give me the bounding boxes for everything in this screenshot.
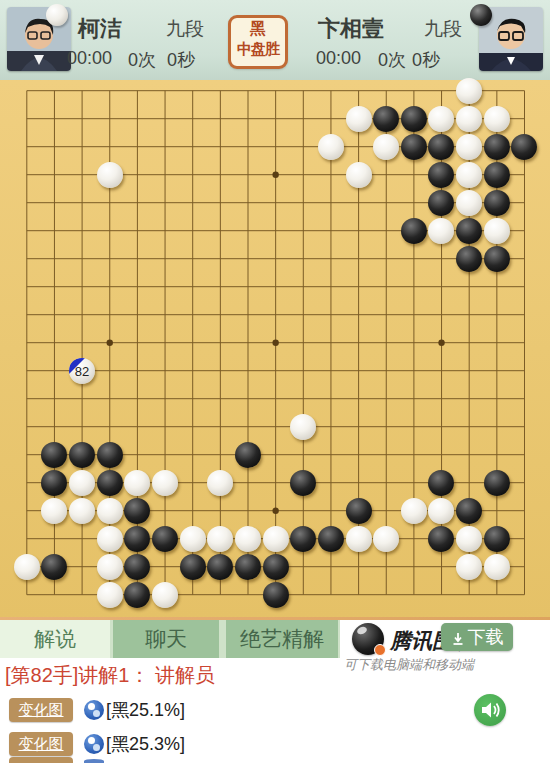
download-label: 下载 bbox=[468, 627, 504, 647]
stone-black bbox=[152, 526, 178, 552]
variation-row-2: 变化图 [黑25.3%] bbox=[0, 732, 550, 758]
stone-white bbox=[401, 498, 427, 524]
black-stone-badge bbox=[470, 4, 492, 26]
variation-button-1[interactable]: 变化图 bbox=[9, 698, 73, 722]
stone-white bbox=[97, 554, 123, 580]
download-button[interactable]: 下载 bbox=[441, 623, 513, 651]
stone-white bbox=[97, 526, 123, 552]
jueyi-ai-icon-clipped bbox=[84, 759, 104, 763]
stone-white bbox=[69, 498, 95, 524]
white-player-rank: 九段 bbox=[166, 16, 204, 42]
stone-black bbox=[41, 442, 67, 468]
stone-white bbox=[97, 162, 123, 188]
variation-button-3-clipped[interactable] bbox=[9, 757, 73, 763]
move-number-label: 82 bbox=[69, 358, 95, 384]
stone-white bbox=[456, 106, 482, 132]
black-player-time: 00:00 bbox=[316, 48, 361, 69]
white-player-byoyomi-count: 0次 bbox=[128, 48, 156, 72]
tab-commentary[interactable]: 解说 bbox=[0, 620, 110, 658]
stone-black bbox=[41, 470, 67, 496]
stone-black bbox=[235, 554, 261, 580]
white-player-byoyomi-seconds: 0秒 bbox=[167, 48, 195, 72]
stone-black bbox=[484, 470, 510, 496]
speaker-button[interactable] bbox=[474, 694, 506, 726]
result-stamp: 黑 中盘胜 bbox=[228, 15, 288, 69]
stone-white bbox=[152, 582, 178, 608]
speaker-icon bbox=[474, 694, 506, 726]
stone-black bbox=[401, 106, 427, 132]
go-board[interactable]: 82 bbox=[0, 80, 550, 619]
stone-black bbox=[456, 218, 482, 244]
black-player-byoyomi-count: 0次 bbox=[378, 48, 406, 72]
stone-black bbox=[124, 582, 150, 608]
stone-black bbox=[346, 498, 372, 524]
match-header: 柯洁 九段 00:00 0次 0秒 黑 中盘胜 卞相壹 九段 00:00 0次 … bbox=[0, 0, 550, 81]
black-player-byoyomi-seconds: 0秒 bbox=[412, 48, 440, 72]
stone-white bbox=[456, 162, 482, 188]
stone-white bbox=[456, 554, 482, 580]
stone-white bbox=[41, 498, 67, 524]
tencent-go-app-icon bbox=[352, 623, 384, 655]
stone-black bbox=[428, 134, 454, 160]
stone-white bbox=[14, 554, 40, 580]
stone-black bbox=[41, 554, 67, 580]
winrate-text-1: [黑25.1%] bbox=[106, 698, 185, 722]
stone-layer: 82 bbox=[13, 77, 538, 609]
stone-black bbox=[428, 526, 454, 552]
stone-black bbox=[235, 442, 261, 468]
stone-white bbox=[484, 554, 510, 580]
variation-row-1: 变化图 [黑25.1%] bbox=[0, 698, 550, 724]
stone-white bbox=[373, 526, 399, 552]
stone-white bbox=[235, 526, 261, 552]
stone-white bbox=[373, 134, 399, 160]
tab-chat[interactable]: 聊天 bbox=[113, 620, 219, 658]
result-stamp-line2: 中盘胜 bbox=[231, 39, 285, 59]
winrate-text-2: [黑25.3%] bbox=[106, 732, 185, 756]
black-player-rank: 九段 bbox=[424, 16, 462, 42]
stone-last-move: 82 bbox=[69, 358, 95, 384]
stone-white bbox=[207, 526, 233, 552]
white-stone-badge bbox=[46, 4, 68, 26]
stone-black bbox=[263, 554, 289, 580]
stone-black bbox=[124, 526, 150, 552]
tab-jueyi-analysis[interactable]: 绝艺精解 bbox=[226, 620, 338, 658]
stone-black bbox=[428, 162, 454, 188]
stone-white bbox=[346, 106, 372, 132]
stone-white bbox=[456, 134, 482, 160]
stone-black bbox=[290, 470, 316, 496]
result-stamp-line1: 黑 bbox=[231, 19, 285, 39]
stone-black bbox=[401, 134, 427, 160]
stone-black bbox=[456, 246, 482, 272]
stone-black bbox=[373, 106, 399, 132]
black-player-name: 卞相壹 bbox=[318, 14, 384, 44]
stone-white bbox=[97, 498, 123, 524]
stone-black bbox=[511, 134, 537, 160]
stone-white bbox=[152, 470, 178, 496]
stone-black bbox=[124, 498, 150, 524]
stone-black bbox=[69, 442, 95, 468]
stone-black bbox=[484, 246, 510, 272]
stone-white bbox=[69, 470, 95, 496]
stone-white bbox=[346, 162, 372, 188]
white-player-time: 00:00 bbox=[67, 48, 112, 69]
download-icon bbox=[451, 632, 465, 646]
stone-white bbox=[428, 498, 454, 524]
stone-black bbox=[263, 582, 289, 608]
stone-black bbox=[207, 554, 233, 580]
stone-black bbox=[401, 218, 427, 244]
white-player-name: 柯洁 bbox=[78, 14, 122, 44]
stone-white bbox=[484, 218, 510, 244]
stone-black bbox=[318, 526, 344, 552]
stone-white bbox=[428, 218, 454, 244]
stone-white bbox=[318, 134, 344, 160]
stone-white bbox=[180, 526, 206, 552]
variation-button-2[interactable]: 变化图 bbox=[9, 732, 73, 756]
commentary-line: [第82手]讲解1： 讲解员 bbox=[5, 662, 215, 689]
stone-white bbox=[428, 106, 454, 132]
stone-black bbox=[484, 526, 510, 552]
stone-black bbox=[97, 470, 123, 496]
stone-white bbox=[97, 582, 123, 608]
stone-black bbox=[428, 470, 454, 496]
stone-black bbox=[484, 190, 510, 216]
jueyi-ai-icon bbox=[84, 700, 104, 720]
stone-white bbox=[346, 526, 372, 552]
stone-white bbox=[263, 526, 289, 552]
stone-black bbox=[97, 442, 123, 468]
stone-black bbox=[124, 554, 150, 580]
download-caption: 可下载电脑端和移动端 bbox=[344, 656, 474, 674]
stone-black bbox=[428, 190, 454, 216]
stone-white bbox=[456, 190, 482, 216]
stone-white bbox=[456, 526, 482, 552]
stone-white bbox=[484, 106, 510, 132]
stone-black bbox=[456, 498, 482, 524]
stone-white bbox=[124, 470, 150, 496]
stone-white bbox=[290, 414, 316, 440]
jueyi-ai-icon bbox=[84, 734, 104, 754]
stone-black bbox=[484, 134, 510, 160]
stone-white bbox=[207, 470, 233, 496]
stone-black bbox=[484, 162, 510, 188]
stone-black bbox=[180, 554, 206, 580]
stone-white bbox=[456, 78, 482, 104]
stone-black bbox=[290, 526, 316, 552]
